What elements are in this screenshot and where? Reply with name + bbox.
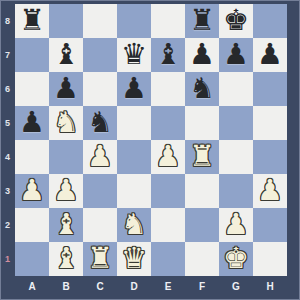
square-e6[interactable] [151,72,185,106]
square-b7[interactable]: ♝ [49,38,83,72]
square-a8[interactable]: ♜ [15,4,49,38]
white-pawn-g2[interactable]: ♟ [219,208,253,242]
square-h5[interactable] [253,106,287,140]
rank-label-7: 7 [0,38,15,72]
square-f5[interactable] [185,106,219,140]
square-a3[interactable]: ♟ [15,174,49,208]
black-pawn-a5[interactable]: ♟ [15,106,49,140]
file-label-h: H [253,276,287,300]
square-c3[interactable] [83,174,117,208]
black-knight-f6[interactable]: ♞ [185,72,219,106]
square-g4[interactable] [219,140,253,174]
square-c5[interactable]: ♞ [83,106,117,140]
square-d4[interactable] [117,140,151,174]
square-f6[interactable]: ♞ [185,72,219,106]
square-h1[interactable] [253,242,287,276]
chess-board-widget: ♜♜♚♝♛♝♟♟♟♟♟♞♟♞♞♟♟♜♟♟♟♝♞♟♝♜♛♚ 87654321 AB… [0,0,300,300]
square-g1[interactable]: ♚ [219,242,253,276]
black-rook-a8[interactable]: ♜ [15,4,49,38]
square-g5[interactable] [219,106,253,140]
square-e3[interactable] [151,174,185,208]
black-knight-c5[interactable]: ♞ [83,106,117,140]
black-bishop-e7[interactable]: ♝ [151,38,185,72]
square-e1[interactable] [151,242,185,276]
white-rook-c1[interactable]: ♜ [83,242,117,276]
square-c6[interactable] [83,72,117,106]
rank-label-3: 3 [0,174,15,208]
file-label-f: F [185,276,219,300]
white-bishop-b2[interactable]: ♝ [49,208,83,242]
square-c8[interactable] [83,4,117,38]
rank-label-4: 4 [0,140,15,174]
black-queen-d7[interactable]: ♛ [117,38,151,72]
rank-label-6: 6 [0,72,15,106]
square-h6[interactable] [253,72,287,106]
black-rook-f8[interactable]: ♜ [185,4,219,38]
square-h7[interactable]: ♟ [253,38,287,72]
board: ♜♜♚♝♛♝♟♟♟♟♟♞♟♞♞♟♟♜♟♟♟♝♞♟♝♜♛♚ [15,4,287,276]
rank-label-8: 8 [0,4,15,38]
rank-label-2: 2 [0,208,15,242]
square-g6[interactable] [219,72,253,106]
square-d3[interactable] [117,174,151,208]
white-king-g1[interactable]: ♚ [219,242,253,276]
square-b1[interactable]: ♝ [49,242,83,276]
black-pawn-g7[interactable]: ♟ [219,38,253,72]
black-pawn-b6[interactable]: ♟ [49,72,83,106]
square-g3[interactable] [219,174,253,208]
square-e8[interactable] [151,4,185,38]
white-knight-b5[interactable]: ♞ [49,106,83,140]
square-c4[interactable]: ♟ [83,140,117,174]
square-b8[interactable] [49,4,83,38]
square-d2[interactable]: ♞ [117,208,151,242]
square-a2[interactable] [15,208,49,242]
square-a6[interactable] [15,72,49,106]
file-label-g: G [219,276,253,300]
square-d8[interactable] [117,4,151,38]
white-knight-d2[interactable]: ♞ [117,208,151,242]
square-g8[interactable]: ♚ [219,4,253,38]
file-label-b: B [49,276,83,300]
white-rook-f4[interactable]: ♜ [185,140,219,174]
black-pawn-d6[interactable]: ♟ [117,72,151,106]
square-e2[interactable] [151,208,185,242]
square-e5[interactable] [151,106,185,140]
square-f7[interactable]: ♟ [185,38,219,72]
square-c2[interactable] [83,208,117,242]
black-pawn-f7[interactable]: ♟ [185,38,219,72]
white-pawn-c4[interactable]: ♟ [83,140,117,174]
square-c7[interactable] [83,38,117,72]
square-d7[interactable]: ♛ [117,38,151,72]
square-a7[interactable] [15,38,49,72]
file-label-a: A [15,276,49,300]
square-f2[interactable] [185,208,219,242]
square-a4[interactable] [15,140,49,174]
rank-label-1: 1 [0,242,15,276]
square-g7[interactable]: ♟ [219,38,253,72]
white-pawn-b3[interactable]: ♟ [49,174,83,208]
square-g2[interactable]: ♟ [219,208,253,242]
square-h2[interactable] [253,208,287,242]
black-king-g8[interactable]: ♚ [219,4,253,38]
white-bishop-b1[interactable]: ♝ [49,242,83,276]
white-queen-d1[interactable]: ♛ [117,242,151,276]
square-f1[interactable] [185,242,219,276]
file-label-c: C [83,276,117,300]
square-f4[interactable]: ♜ [185,140,219,174]
square-h3[interactable]: ♟ [253,174,287,208]
square-a5[interactable]: ♟ [15,106,49,140]
rank-label-5: 5 [0,106,15,140]
white-pawn-e4[interactable]: ♟ [151,140,185,174]
white-pawn-a3[interactable]: ♟ [15,174,49,208]
black-bishop-b7[interactable]: ♝ [49,38,83,72]
square-b6[interactable]: ♟ [49,72,83,106]
square-d6[interactable]: ♟ [117,72,151,106]
square-d1[interactable]: ♛ [117,242,151,276]
square-c1[interactable]: ♜ [83,242,117,276]
file-label-d: D [117,276,151,300]
square-b3[interactable]: ♟ [49,174,83,208]
square-f8[interactable]: ♜ [185,4,219,38]
square-h8[interactable] [253,4,287,38]
square-b5[interactable]: ♞ [49,106,83,140]
file-label-e: E [151,276,185,300]
square-b4[interactable] [49,140,83,174]
square-d5[interactable] [117,106,151,140]
white-pawn-h3[interactable]: ♟ [253,174,287,208]
square-e4[interactable]: ♟ [151,140,185,174]
square-a1[interactable] [15,242,49,276]
square-b2[interactable]: ♝ [49,208,83,242]
black-pawn-h7[interactable]: ♟ [253,38,287,72]
square-e7[interactable]: ♝ [151,38,185,72]
square-h4[interactable] [253,140,287,174]
square-f3[interactable] [185,174,219,208]
